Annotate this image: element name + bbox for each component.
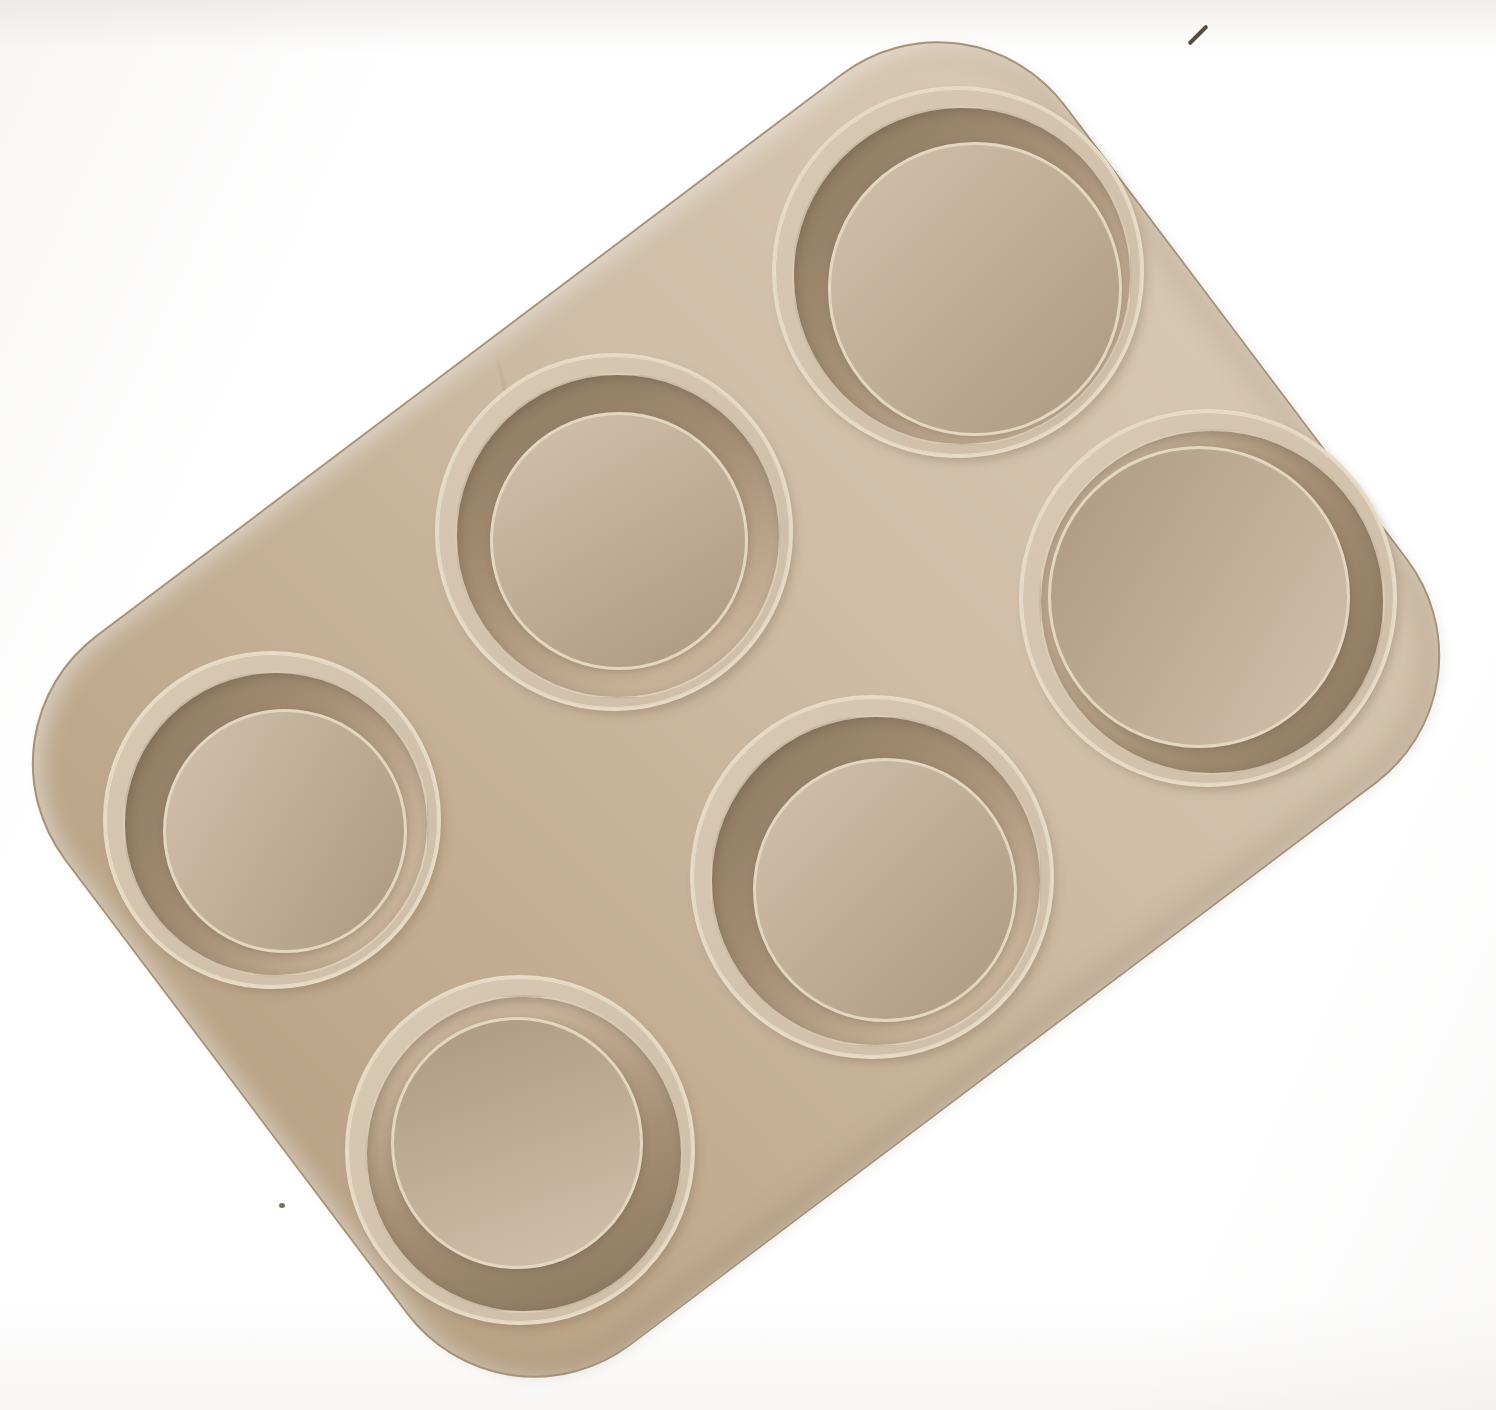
muffin-cup-top [772, 86, 1144, 458]
muffin-cup-bottom [345, 975, 695, 1325]
cup-bottom [828, 142, 1122, 436]
speck-mark [279, 1203, 285, 1208]
muffin-cup-center [690, 695, 1054, 1059]
muffin-cup-left [103, 651, 441, 989]
product-photo-scene [0, 0, 1496, 1410]
cup-bottom [163, 709, 407, 953]
cup-bottom [490, 412, 748, 670]
cup-bottom [753, 758, 1017, 1022]
muffin-cup-right [1019, 409, 1397, 787]
scratch-mark [1187, 24, 1208, 45]
muffin-cup-upper-middle [435, 353, 793, 711]
cup-bottom [391, 1017, 643, 1269]
cup-bottom [1048, 446, 1350, 748]
